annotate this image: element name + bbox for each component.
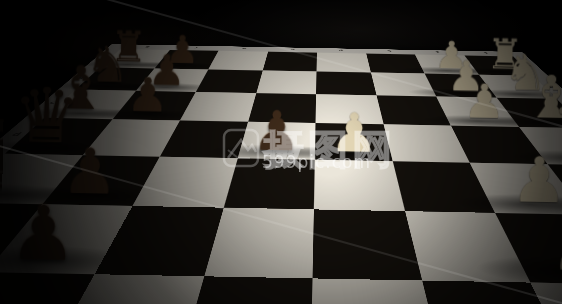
square-b4 (316, 71, 376, 95)
square-c4 (316, 94, 384, 124)
chessboard: ♜♟♟♜♞♟♟♞♝♟♟♝♛♟♟♛♚♟♟♚♝♟♟♝♞♟♟♞♜♟♟♜ 8765432… (0, 44, 562, 304)
square-c5 (248, 93, 316, 123)
coordinate-label: 7 (171, 46, 221, 50)
square-b8: ♞ (76, 67, 155, 91)
piece-black-rook-a8: ♜ (110, 27, 148, 67)
square-d7 (82, 119, 180, 157)
square-b6 (196, 69, 263, 93)
square-f4 (313, 209, 422, 280)
square-d5: ♟ (237, 122, 315, 160)
piece-black-pawn-a7: ♟ (165, 32, 199, 68)
board-grid: ♜♟♟♜♞♟♟♞♝♟♟♝♛♟♟♛♚♟♟♚♝♟♟♝♞♟♟♞♜♟♟♜ (0, 49, 562, 304)
square-f5 (204, 207, 314, 278)
square-d6 (160, 120, 248, 158)
piece-white-pawn-f2: ♟ (549, 207, 562, 280)
square-e5 (223, 158, 315, 209)
square-c8: ♝ (45, 90, 136, 119)
coordinate-label: 3 (365, 50, 414, 54)
piece-black-pawn-g7: ♟ (0, 280, 17, 304)
piece-black-pawn-f7: ♟ (9, 197, 78, 270)
coordinate-label: 4 (317, 49, 366, 53)
square-e4 (314, 160, 405, 211)
piece-white-rook-a1: ♜ (486, 34, 524, 74)
square-d4: ♟ (315, 123, 392, 161)
photo-frame: ♜♟♟♜♞♟♟♞♝♟♟♝♛♟♟♛♚♟♟♚♝♟♟♝♞♟♟♞♜♟♟♜ 8765432… (0, 0, 562, 304)
square-f6 (95, 206, 224, 277)
square-a4 (317, 53, 371, 73)
square-a5 (262, 52, 316, 72)
square-b5 (256, 70, 317, 94)
square-a6 (208, 51, 267, 71)
coordinate-label: 6 (219, 47, 269, 51)
coordinate-label: 5 (268, 48, 317, 52)
coordinate-label: 8 (122, 45, 173, 49)
coordinate-label: 2 (413, 50, 463, 54)
coordinate-label: 1 (461, 51, 512, 55)
square-e6 (133, 157, 238, 208)
